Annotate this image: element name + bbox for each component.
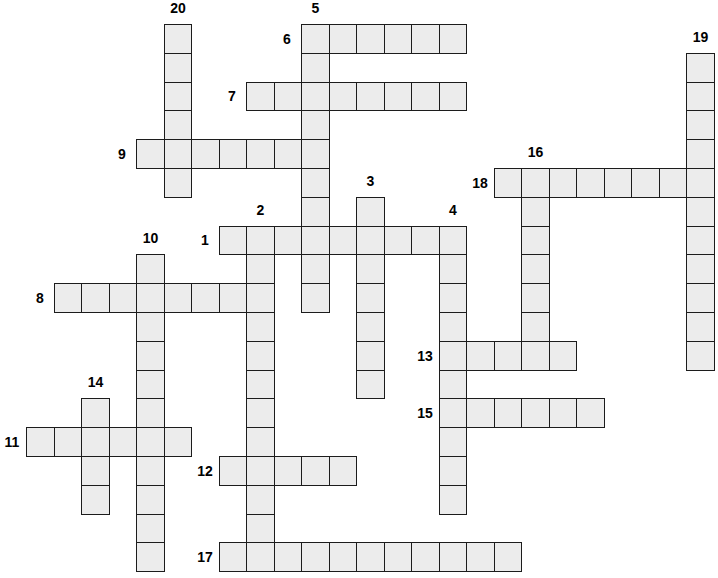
grid-cell[interactable]	[164, 53, 192, 83]
grid-cell[interactable]	[274, 226, 302, 255]
grid-cell[interactable]	[136, 370, 165, 399]
grid-cell[interactable]	[686, 110, 715, 140]
grid-cell[interactable]	[549, 341, 577, 371]
grid-cell[interactable]	[686, 82, 715, 111]
clue-number-18-across: 18	[470, 168, 490, 197]
grid-cell[interactable]	[164, 139, 192, 169]
grid-cell[interactable]	[136, 485, 165, 515]
grid-cell[interactable]	[136, 312, 165, 342]
grid-cell[interactable]	[329, 456, 357, 486]
grid-cell[interactable]	[274, 139, 302, 169]
grid-cell[interactable]	[246, 312, 275, 342]
grid-cell[interactable]	[301, 139, 330, 169]
grid-cell[interactable]	[136, 283, 165, 313]
grid-cell[interactable]	[549, 398, 577, 428]
grid-cell[interactable]	[686, 283, 715, 313]
grid-cell[interactable]	[301, 226, 330, 255]
grid-cell[interactable]	[686, 312, 715, 342]
grid-cell[interactable]	[219, 139, 247, 169]
grid-cell[interactable]	[686, 226, 715, 255]
grid-cell[interactable]	[54, 427, 82, 457]
grid-cell[interactable]	[439, 312, 467, 342]
clue-number-13-across: 13	[415, 341, 435, 370]
grid-cell[interactable]	[521, 168, 550, 198]
clue-number-9-across: 9	[112, 139, 132, 168]
grid-cell[interactable]	[466, 542, 495, 572]
grid-cell[interactable]	[549, 168, 577, 198]
clue-number-20-down: 20	[164, 2, 192, 15]
grid-cell[interactable]	[301, 542, 330, 572]
grid-cell[interactable]	[164, 168, 192, 198]
grid-cell[interactable]	[439, 226, 467, 255]
grid-cell[interactable]	[411, 82, 440, 111]
grid-cell[interactable]	[329, 24, 357, 54]
grid-cell[interactable]	[301, 82, 330, 111]
grid-cell[interactable]	[246, 82, 275, 111]
grid-cell[interactable]	[356, 197, 385, 227]
grid-cell[interactable]	[411, 24, 440, 54]
grid-cell[interactable]	[136, 427, 165, 457]
grid-cell[interactable]	[521, 226, 550, 255]
grid-cell[interactable]	[356, 542, 385, 572]
grid-cell[interactable]	[329, 82, 357, 111]
grid-cell[interactable]	[686, 53, 715, 83]
grid-cell[interactable]	[246, 485, 275, 515]
grid-cell[interactable]	[356, 24, 385, 54]
grid-cell[interactable]	[246, 283, 275, 313]
grid-cell[interactable]	[384, 24, 412, 54]
grid-cell[interactable]	[246, 370, 275, 399]
grid-cell[interactable]	[301, 53, 330, 83]
grid-cell[interactable]	[521, 341, 550, 371]
grid-cell[interactable]	[219, 283, 247, 313]
grid-cell[interactable]	[219, 226, 247, 255]
grid-cell[interactable]	[439, 398, 467, 428]
grid-cell[interactable]	[356, 283, 385, 313]
grid-cell[interactable]	[439, 341, 467, 371]
grid-cell[interactable]	[191, 283, 220, 313]
grid-cell[interactable]	[439, 82, 467, 111]
grid-cell[interactable]	[521, 283, 550, 313]
clue-number-15-across: 15	[415, 398, 435, 427]
grid-cell[interactable]	[219, 542, 247, 572]
grid-cell[interactable]	[439, 370, 467, 399]
grid-cell[interactable]	[109, 427, 137, 457]
grid-cell[interactable]	[384, 226, 412, 255]
grid-cell[interactable]	[521, 312, 550, 342]
grid-cell[interactable]	[164, 283, 192, 313]
grid-cell[interactable]	[411, 226, 440, 255]
grid-cell[interactable]	[164, 427, 192, 457]
grid-cell[interactable]	[136, 456, 165, 486]
grid-cell[interactable]	[329, 226, 357, 255]
clue-number-19-down: 19	[686, 31, 715, 44]
grid-cell[interactable]	[246, 427, 275, 457]
grid-cell[interactable]	[466, 341, 495, 371]
grid-cell[interactable]	[686, 254, 715, 284]
grid-cell[interactable]	[246, 456, 275, 486]
grid-cell[interactable]	[686, 139, 715, 169]
grid-cell[interactable]	[356, 312, 385, 342]
clue-number-3-down: 3	[356, 175, 385, 188]
grid-cell[interactable]	[494, 168, 522, 198]
grid-cell[interactable]	[246, 139, 275, 169]
grid-cell[interactable]	[274, 542, 302, 572]
grid-cell[interactable]	[274, 82, 302, 111]
clue-number-5-down: 5	[301, 2, 330, 15]
grid-cell[interactable]	[494, 398, 522, 428]
grid-cell[interactable]	[301, 110, 330, 140]
grid-cell[interactable]	[439, 542, 467, 572]
grid-cell[interactable]	[136, 398, 165, 428]
grid-cell[interactable]	[54, 283, 82, 313]
grid-cell[interactable]	[191, 139, 220, 169]
grid-cell[interactable]	[576, 168, 605, 198]
grid-cell[interactable]	[164, 24, 192, 54]
grid-cell[interactable]	[494, 341, 522, 371]
grid-cell[interactable]	[521, 197, 550, 227]
grid-cell[interactable]	[439, 485, 467, 515]
grid-cell[interactable]	[521, 398, 550, 428]
grid-cell[interactable]	[356, 254, 385, 284]
grid-cell[interactable]	[246, 514, 275, 543]
clue-number-4-down: 4	[439, 204, 467, 217]
grid-cell[interactable]	[576, 398, 605, 428]
grid-cell[interactable]	[301, 24, 330, 54]
grid-cell[interactable]	[26, 427, 55, 457]
grid-cell[interactable]	[246, 542, 275, 572]
grid-cell[interactable]	[466, 398, 495, 428]
grid-cell[interactable]	[494, 542, 522, 572]
grid-cell[interactable]	[301, 254, 330, 284]
grid-cell[interactable]	[329, 542, 357, 572]
clue-number-7-across: 7	[222, 82, 242, 110]
clue-number-11-across: 11	[2, 427, 22, 456]
clue-number-8-across: 8	[30, 283, 50, 312]
grid-cell[interactable]	[439, 283, 467, 313]
grid-cell[interactable]	[136, 139, 165, 169]
grid-cell[interactable]	[301, 168, 330, 198]
grid-cell[interactable]	[136, 254, 165, 284]
clue-number-2-down: 2	[246, 204, 275, 217]
grid-cell[interactable]	[136, 514, 165, 543]
grid-cell[interactable]	[686, 168, 715, 198]
grid-cell[interactable]	[109, 283, 137, 313]
clue-number-1-across: 1	[195, 226, 215, 254]
grid-cell[interactable]	[521, 254, 550, 284]
grid-cell[interactable]	[439, 427, 467, 457]
grid-cell[interactable]	[631, 168, 660, 198]
clue-number-12-across: 12	[195, 456, 215, 485]
clue-number-10-down: 10	[136, 232, 165, 245]
grid-cell[interactable]	[246, 398, 275, 428]
grid-cell[interactable]	[81, 485, 110, 515]
grid-cell[interactable]	[136, 341, 165, 371]
grid-cell[interactable]	[411, 542, 440, 572]
grid-cell[interactable]	[246, 254, 275, 284]
grid-cell[interactable]	[136, 542, 165, 572]
grid-cell[interactable]	[356, 82, 385, 111]
grid-cell[interactable]	[301, 456, 330, 486]
grid-cell[interactable]	[301, 197, 330, 227]
grid-cell[interactable]	[81, 427, 110, 457]
grid-cell[interactable]	[164, 110, 192, 140]
crossword-board: 6791818131511121720519163241014	[0, 0, 718, 578]
grid-cell[interactable]	[219, 456, 247, 486]
grid-cell[interactable]	[301, 283, 330, 313]
grid-cell[interactable]	[81, 398, 110, 428]
grid-cell[interactable]	[686, 341, 715, 371]
grid-cell[interactable]	[604, 168, 632, 198]
grid-cell[interactable]	[659, 168, 687, 198]
clue-number-16-down: 16	[521, 146, 550, 159]
grid-cell[interactable]	[81, 283, 110, 313]
grid-cell[interactable]	[439, 24, 467, 54]
grid-cell[interactable]	[356, 226, 385, 255]
grid-cell[interactable]	[246, 341, 275, 371]
grid-cell[interactable]	[439, 456, 467, 486]
clue-number-14-down: 14	[81, 376, 110, 389]
clue-number-17-across: 17	[195, 542, 215, 571]
grid-cell[interactable]	[81, 456, 110, 486]
grid-cell[interactable]	[439, 254, 467, 284]
grid-cell[interactable]	[356, 341, 385, 371]
grid-cell[interactable]	[686, 197, 715, 227]
clue-number-6-across: 6	[277, 24, 297, 53]
grid-cell[interactable]	[246, 226, 275, 255]
grid-cell[interactable]	[164, 82, 192, 111]
grid-cell[interactable]	[384, 82, 412, 111]
grid-cell[interactable]	[356, 370, 385, 399]
grid-cell[interactable]	[274, 456, 302, 486]
grid-cell[interactable]	[384, 542, 412, 572]
